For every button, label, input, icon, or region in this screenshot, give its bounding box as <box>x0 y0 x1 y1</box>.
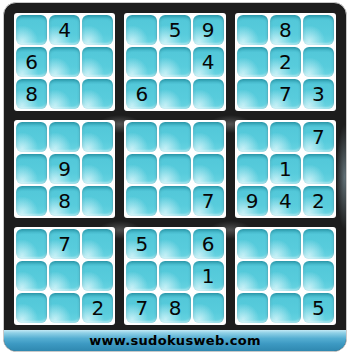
cell-r3c7[interactable] <box>237 79 268 109</box>
block-2-1: 98 <box>14 120 115 218</box>
cell-r7c1[interactable] <box>16 229 47 259</box>
block-2-3: 71942 <box>235 120 336 218</box>
cell-r8c2[interactable] <box>49 261 80 291</box>
cell-r7c4[interactable]: 5 <box>126 229 157 259</box>
cell-r8c5[interactable] <box>159 261 190 291</box>
block-3-3: 5 <box>235 227 336 325</box>
cell-r1c5[interactable]: 5 <box>159 15 190 45</box>
cell-r8c4[interactable] <box>126 261 157 291</box>
cell-r5c4[interactable] <box>126 154 157 184</box>
cell-r3c6[interactable] <box>193 79 224 109</box>
cell-r1c3[interactable] <box>82 15 113 45</box>
cell-r7c3[interactable] <box>82 229 113 259</box>
cell-r1c7[interactable] <box>237 15 268 45</box>
cell-r4c1[interactable] <box>16 122 47 152</box>
cell-r3c4[interactable]: 6 <box>126 79 157 109</box>
cell-r2c2[interactable] <box>49 47 80 77</box>
cell-r4c4[interactable] <box>126 122 157 152</box>
cell-r2c8[interactable]: 2 <box>270 47 301 77</box>
block-2-2: 7 <box>124 120 225 218</box>
cell-r3c3[interactable] <box>82 79 113 109</box>
cell-r9c3[interactable]: 2 <box>82 293 113 323</box>
cell-r6c4[interactable] <box>126 186 157 216</box>
cell-r3c2[interactable] <box>49 79 80 109</box>
sudoku-board: 468594682739877194272561785 www.sudokusw… <box>3 2 347 352</box>
cell-r7c5[interactable] <box>159 229 190 259</box>
cell-r8c1[interactable] <box>16 261 47 291</box>
block-1-2: 5946 <box>124 13 225 111</box>
cell-r5c2[interactable]: 9 <box>49 154 80 184</box>
cell-r7c8[interactable] <box>270 229 301 259</box>
cell-r1c2[interactable]: 4 <box>49 15 80 45</box>
cell-r3c5[interactable] <box>159 79 190 109</box>
block-1-1: 468 <box>14 13 115 111</box>
cell-r1c1[interactable] <box>16 15 47 45</box>
cell-r4c7[interactable] <box>237 122 268 152</box>
cell-r6c9[interactable]: 2 <box>303 186 334 216</box>
cell-r6c5[interactable] <box>159 186 190 216</box>
cell-r2c3[interactable] <box>82 47 113 77</box>
cell-r8c3[interactable] <box>82 261 113 291</box>
cell-r2c6[interactable]: 4 <box>193 47 224 77</box>
cell-r8c8[interactable] <box>270 261 301 291</box>
cell-r3c1[interactable]: 8 <box>16 79 47 109</box>
block-3-2: 56178 <box>124 227 225 325</box>
cell-r6c2[interactable]: 8 <box>49 186 80 216</box>
cell-r9c6[interactable] <box>193 293 224 323</box>
cell-r7c2[interactable]: 7 <box>49 229 80 259</box>
cell-r7c6[interactable]: 6 <box>193 229 224 259</box>
site-url: www.sudokusweb.com <box>89 333 261 348</box>
cell-r5c7[interactable] <box>237 154 268 184</box>
cell-r4c6[interactable] <box>193 122 224 152</box>
cell-r1c6[interactable]: 9 <box>193 15 224 45</box>
cell-r5c6[interactable] <box>193 154 224 184</box>
cell-r1c9[interactable] <box>303 15 334 45</box>
cell-r9c2[interactable] <box>49 293 80 323</box>
cell-r6c6[interactable]: 7 <box>193 186 224 216</box>
cell-r7c9[interactable] <box>303 229 334 259</box>
cell-r2c4[interactable] <box>126 47 157 77</box>
cell-r2c5[interactable] <box>159 47 190 77</box>
cell-r9c1[interactable] <box>16 293 47 323</box>
cell-r4c9[interactable]: 7 <box>303 122 334 152</box>
cell-r9c9[interactable]: 5 <box>303 293 334 323</box>
cell-r9c8[interactable] <box>270 293 301 323</box>
cell-r4c8[interactable] <box>270 122 301 152</box>
cell-r1c8[interactable]: 8 <box>270 15 301 45</box>
cell-r2c7[interactable] <box>237 47 268 77</box>
cell-r5c1[interactable] <box>16 154 47 184</box>
block-3-1: 72 <box>14 227 115 325</box>
cell-r2c1[interactable]: 6 <box>16 47 47 77</box>
cell-r5c8[interactable]: 1 <box>270 154 301 184</box>
cell-r5c9[interactable] <box>303 154 334 184</box>
cell-r4c5[interactable] <box>159 122 190 152</box>
cell-r6c3[interactable] <box>82 186 113 216</box>
cell-r9c4[interactable]: 7 <box>126 293 157 323</box>
cell-r3c9[interactable]: 3 <box>303 79 334 109</box>
cell-r1c4[interactable] <box>126 15 157 45</box>
cell-r6c7[interactable]: 9 <box>237 186 268 216</box>
cell-r9c7[interactable] <box>237 293 268 323</box>
cell-r8c7[interactable] <box>237 261 268 291</box>
cell-r2c9[interactable] <box>303 47 334 77</box>
cell-r4c3[interactable] <box>82 122 113 152</box>
cell-r9c5[interactable]: 8 <box>159 293 190 323</box>
cell-r7c7[interactable] <box>237 229 268 259</box>
cell-r5c3[interactable] <box>82 154 113 184</box>
cell-r4c2[interactable] <box>49 122 80 152</box>
cell-r8c6[interactable]: 1 <box>193 261 224 291</box>
sudoku-grid: 468594682739877194272561785 <box>4 3 346 330</box>
cell-r5c5[interactable] <box>159 154 190 184</box>
block-1-3: 8273 <box>235 13 336 111</box>
cell-r6c8[interactable]: 4 <box>270 186 301 216</box>
cell-r8c9[interactable] <box>303 261 334 291</box>
cell-r6c1[interactable] <box>16 186 47 216</box>
cell-r3c8[interactable]: 7 <box>270 79 301 109</box>
footer-bar: www.sudokusweb.com <box>4 330 346 351</box>
